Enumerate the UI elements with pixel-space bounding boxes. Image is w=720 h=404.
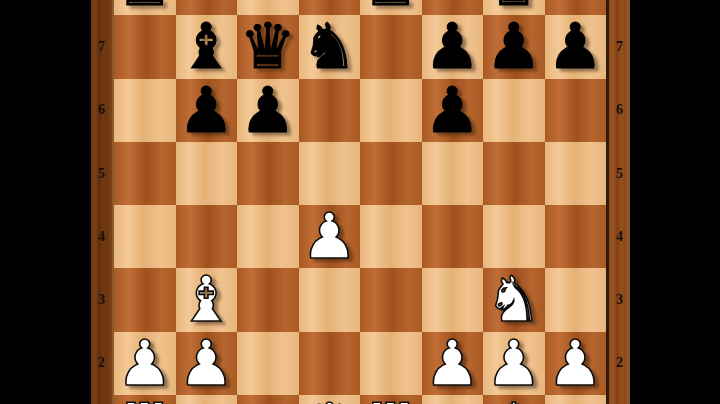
chess-board: ♜♜♚♝♛♞♟♟♟♟♟♟♟♝♞♟♟♟♟♟♜♛♜♚ xyxy=(114,0,606,404)
square-h2[interactable]: ♟ xyxy=(545,332,607,395)
square-g3[interactable]: ♞ xyxy=(483,268,545,331)
piece-white-bishop-b3[interactable]: ♝ xyxy=(178,268,234,331)
piece-black-bishop-b7[interactable]: ♝ xyxy=(178,15,234,78)
board-border-left: 765432 xyxy=(91,0,114,404)
square-f2[interactable]: ♟ xyxy=(422,332,484,395)
piece-black-rook-e8[interactable]: ♜ xyxy=(363,0,419,15)
square-d1[interactable]: ♛ xyxy=(299,395,361,404)
square-e2[interactable] xyxy=(360,332,422,395)
square-a1[interactable]: ♜ xyxy=(114,395,176,404)
rank-label-right-7: 7 xyxy=(609,40,630,54)
square-g1[interactable]: ♚ xyxy=(483,395,545,404)
piece-white-knight-g3[interactable]: ♞ xyxy=(486,268,542,331)
square-a5[interactable] xyxy=(114,142,176,205)
square-c4[interactable] xyxy=(237,205,299,268)
square-d4[interactable]: ♟ xyxy=(299,205,361,268)
piece-white-pawn-g2[interactable]: ♟ xyxy=(486,332,542,395)
square-e5[interactable] xyxy=(360,142,422,205)
rank-label-left-2: 2 xyxy=(91,356,112,370)
square-c2[interactable] xyxy=(237,332,299,395)
piece-black-queen-c7[interactable]: ♛ xyxy=(240,15,296,78)
square-h6[interactable] xyxy=(545,79,607,142)
rank-label-left-4: 4 xyxy=(91,230,112,244)
square-f7[interactable]: ♟ xyxy=(422,15,484,78)
square-d5[interactable] xyxy=(299,142,361,205)
square-e1[interactable]: ♜ xyxy=(360,395,422,404)
rank-label-right-3: 3 xyxy=(609,293,630,307)
square-h5[interactable] xyxy=(545,142,607,205)
square-a3[interactable] xyxy=(114,268,176,331)
rank-label-right-5: 5 xyxy=(609,167,630,181)
board-grid: ♜♜♚♝♛♞♟♟♟♟♟♟♟♝♞♟♟♟♟♟♜♛♜♚ xyxy=(114,0,606,404)
rank-label-left-5: 5 xyxy=(91,167,112,181)
square-f6[interactable]: ♟ xyxy=(422,79,484,142)
square-e3[interactable] xyxy=(360,268,422,331)
square-g4[interactable] xyxy=(483,205,545,268)
square-h7[interactable]: ♟ xyxy=(545,15,607,78)
rank-label-left-3: 3 xyxy=(91,293,112,307)
square-e7[interactable] xyxy=(360,15,422,78)
piece-white-pawn-h2[interactable]: ♟ xyxy=(547,332,603,395)
square-d7[interactable]: ♞ xyxy=(299,15,361,78)
square-b5[interactable] xyxy=(176,142,238,205)
square-e6[interactable] xyxy=(360,79,422,142)
square-g2[interactable]: ♟ xyxy=(483,332,545,395)
square-c3[interactable] xyxy=(237,268,299,331)
square-e4[interactable] xyxy=(360,205,422,268)
square-c7[interactable]: ♛ xyxy=(237,15,299,78)
piece-white-pawn-d4[interactable]: ♟ xyxy=(301,205,357,268)
square-h3[interactable] xyxy=(545,268,607,331)
square-a6[interactable] xyxy=(114,79,176,142)
rank-label-right-2: 2 xyxy=(609,356,630,370)
square-h4[interactable] xyxy=(545,205,607,268)
piece-white-king-g1[interactable]: ♚ xyxy=(486,395,542,404)
square-f4[interactable] xyxy=(422,205,484,268)
piece-white-pawn-b2[interactable]: ♟ xyxy=(178,332,234,395)
piece-black-pawn-g7[interactable]: ♟ xyxy=(486,15,542,78)
piece-black-pawn-b6[interactable]: ♟ xyxy=(178,79,234,142)
rank-label-left-6: 6 xyxy=(91,103,112,117)
square-b7[interactable]: ♝ xyxy=(176,15,238,78)
square-f1[interactable] xyxy=(422,395,484,404)
rank-label-right-6: 6 xyxy=(609,103,630,117)
piece-white-pawn-a2[interactable]: ♟ xyxy=(117,332,173,395)
square-b1[interactable] xyxy=(176,395,238,404)
square-e8[interactable]: ♜ xyxy=(360,0,422,15)
piece-white-rook-e1[interactable]: ♜ xyxy=(363,395,419,404)
square-f5[interactable] xyxy=(422,142,484,205)
square-a4[interactable] xyxy=(114,205,176,268)
square-h1[interactable] xyxy=(545,395,607,404)
square-b4[interactable] xyxy=(176,205,238,268)
square-c5[interactable] xyxy=(237,142,299,205)
square-d2[interactable] xyxy=(299,332,361,395)
square-b2[interactable]: ♟ xyxy=(176,332,238,395)
piece-black-pawn-h7[interactable]: ♟ xyxy=(547,15,603,78)
square-b3[interactable]: ♝ xyxy=(176,268,238,331)
square-d6[interactable] xyxy=(299,79,361,142)
rank-label-right-4: 4 xyxy=(609,230,630,244)
video-frame: 765432 ♜♜♚♝♛♞♟♟♟♟♟♟♟♝♞♟♟♟♟♟♜♛♜♚ 765432 xyxy=(0,0,720,404)
piece-white-rook-a1[interactable]: ♜ xyxy=(117,395,173,404)
piece-black-knight-d7[interactable]: ♞ xyxy=(301,15,357,78)
square-g5[interactable] xyxy=(483,142,545,205)
square-b6[interactable]: ♟ xyxy=(176,79,238,142)
piece-black-pawn-c6[interactable]: ♟ xyxy=(240,79,296,142)
square-c1[interactable] xyxy=(237,395,299,404)
square-d3[interactable] xyxy=(299,268,361,331)
piece-white-pawn-f2[interactable]: ♟ xyxy=(424,332,480,395)
piece-black-rook-a8[interactable]: ♜ xyxy=(117,0,173,15)
piece-black-pawn-f7[interactable]: ♟ xyxy=(424,15,480,78)
square-a2[interactable]: ♟ xyxy=(114,332,176,395)
board-border-right: 765432 xyxy=(606,0,630,404)
square-a7[interactable] xyxy=(114,15,176,78)
chess-board-frame: 765432 ♜♜♚♝♛♞♟♟♟♟♟♟♟♝♞♟♟♟♟♟♜♛♜♚ 765432 xyxy=(0,0,720,404)
square-a8[interactable]: ♜ xyxy=(114,0,176,15)
square-c6[interactable]: ♟ xyxy=(237,79,299,142)
square-f3[interactable] xyxy=(422,268,484,331)
square-g7[interactable]: ♟ xyxy=(483,15,545,78)
piece-black-pawn-f6[interactable]: ♟ xyxy=(424,79,480,142)
rank-label-left-7: 7 xyxy=(91,40,112,54)
square-g6[interactable] xyxy=(483,79,545,142)
piece-white-queen-d1[interactable]: ♛ xyxy=(301,395,357,404)
